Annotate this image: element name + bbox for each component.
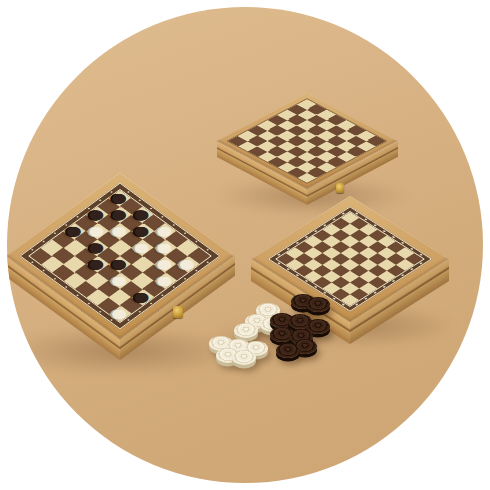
tabletop-vignette: ●●●●●●●●●●●●●●●●●●●● <box>7 7 483 483</box>
loose-light-piece <box>234 323 258 338</box>
loose-dark-piece <box>306 297 330 312</box>
loose-dark-piece <box>276 343 300 358</box>
loose-pieces-pile <box>7 7 483 483</box>
product-photo: ●●●●●●●●●●●●●●●●●●●● Product photo: thre… <box>0 0 490 490</box>
loose-light-piece <box>232 350 256 365</box>
